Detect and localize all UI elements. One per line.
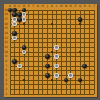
coordinate-label-left: 13 [4,37,8,40]
coordinate-label-left: 16 [4,23,8,26]
coordinate-label-left: 12 [4,41,8,44]
stone-white[interactable] [22,50,27,55]
stone-black[interactable] [45,54,50,59]
stone-white[interactable] [12,36,17,41]
coordinate-label-left: 8 [4,60,8,63]
coordinate-label-left: 9 [4,55,8,58]
stone-white[interactable] [54,45,59,50]
stone-white[interactable] [17,64,22,69]
grid-line-vertical [94,10,95,95]
star-point [79,23,81,25]
coordinate-label-left: 17 [4,18,8,21]
star-point [23,79,25,81]
stone-white[interactable] [22,17,27,22]
star-point [51,79,53,81]
coordinate-label-left: 18 [4,13,8,16]
stone-white[interactable] [68,73,73,78]
grid-line-vertical [75,10,76,95]
star-point [51,51,53,53]
grid-line-vertical [61,10,62,95]
go-board[interactable]: ABCDEFGHJKLMNOPQRST 19181716151413121110… [4,4,97,97]
coordinate-label-left: 5 [4,74,8,77]
star-point [79,51,81,53]
grid-line-horizontal [10,61,95,62]
stone-black[interactable] [45,64,50,69]
stone-white[interactable] [12,22,17,27]
stone-black[interactable] [12,31,17,36]
coordinate-label-top: T [92,5,97,8]
coordinate-label-left: 3 [4,83,8,86]
stone-black[interactable] [45,73,50,78]
grid-line-vertical [70,10,71,95]
stone-black[interactable] [78,17,83,22]
window-background: ABCDEFGHJKLMNOPQRST 19181716151413121110… [0,0,100,100]
grid-line-horizontal [10,94,95,95]
grid-line-horizontal [10,89,95,90]
stone-white[interactable] [12,17,17,22]
stone-black[interactable] [78,78,83,83]
coordinate-label-left: 4 [4,79,8,82]
grid-line-vertical [56,10,57,95]
coordinate-label-left: 6 [4,69,8,72]
star-point [51,23,53,25]
stone-white[interactable] [54,64,59,69]
coordinate-label-left: 10 [4,51,8,54]
coordinate-label-left: 1 [4,93,8,96]
grid-line-vertical [84,10,85,95]
stone-black[interactable] [64,78,69,83]
stone-white[interactable] [54,73,59,78]
grid-line-vertical [89,10,90,95]
grid-line-horizontal [10,56,95,57]
coordinate-label-left: 15 [4,27,8,30]
stone-white[interactable] [54,54,59,59]
stone-black[interactable] [17,17,22,22]
grid-line-horizontal [10,75,95,76]
coordinate-label-left: 7 [4,65,8,68]
stone-black[interactable] [12,59,17,64]
grid-line-horizontal [10,84,95,85]
star-point [23,23,25,25]
coordinate-label-left: 14 [4,32,8,35]
grid-line-horizontal [10,70,95,71]
coordinate-label-left: 2 [4,88,8,91]
coordinate-label-left: 11 [4,46,8,49]
stone-black[interactable] [82,64,87,69]
